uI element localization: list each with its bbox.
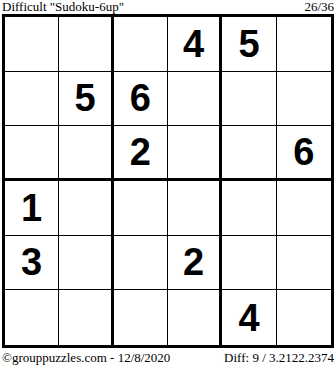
cell-r6c1[interactable] xyxy=(5,290,59,345)
cell-r2c4[interactable] xyxy=(168,72,222,127)
sudoku-grid: 4556261324 xyxy=(2,14,334,348)
cell-r1c6[interactable] xyxy=(277,17,331,72)
cell-r5c6[interactable] xyxy=(277,236,331,291)
cell-r5c3[interactable] xyxy=(114,236,168,291)
cell-r1c3[interactable] xyxy=(114,17,168,72)
page-header: Difficult "Sudoku-6up" 26/36 xyxy=(2,0,334,14)
cell-r2c2: 5 xyxy=(59,72,113,127)
cell-r6c2[interactable] xyxy=(59,290,113,345)
puzzle-title: Difficult "Sudoku-6up" xyxy=(2,0,124,13)
cell-r5c2[interactable] xyxy=(59,236,113,291)
cell-r3c3: 2 xyxy=(114,126,168,181)
cell-r4c4[interactable] xyxy=(168,181,222,236)
cell-r3c6: 6 xyxy=(277,126,331,181)
cell-r1c2[interactable] xyxy=(59,17,113,72)
cell-r5c1: 3 xyxy=(5,236,59,291)
cell-r3c4[interactable] xyxy=(168,126,222,181)
cell-r6c6[interactable] xyxy=(277,290,331,345)
cell-r2c3: 6 xyxy=(114,72,168,127)
cell-r4c2[interactable] xyxy=(59,181,113,236)
cell-r1c1[interactable] xyxy=(5,17,59,72)
cell-r4c5[interactable] xyxy=(222,181,276,236)
cell-r3c5[interactable] xyxy=(222,126,276,181)
cell-r4c1: 1 xyxy=(5,181,59,236)
page-number: 26/36 xyxy=(304,0,334,13)
cell-r6c3[interactable] xyxy=(114,290,168,345)
cell-r4c3[interactable] xyxy=(114,181,168,236)
cell-r2c6[interactable] xyxy=(277,72,331,127)
page-footer: ©grouppuzzles.com - 12/8/2020 Diff: 9 / … xyxy=(2,350,334,368)
cell-r3c1[interactable] xyxy=(5,126,59,181)
cell-r6c5: 4 xyxy=(222,290,276,345)
cell-r4c6[interactable] xyxy=(277,181,331,236)
cell-r1c5: 5 xyxy=(222,17,276,72)
cell-r6c4[interactable] xyxy=(168,290,222,345)
cell-r2c5[interactable] xyxy=(222,72,276,127)
difficulty-rating: Diff: 9 / 3.2122.2374 xyxy=(224,350,334,365)
cell-r1c4: 4 xyxy=(168,17,222,72)
cell-r3c2[interactable] xyxy=(59,126,113,181)
cell-r2c1[interactable] xyxy=(5,72,59,127)
cell-r5c4: 2 xyxy=(168,236,222,291)
cell-r5c5[interactable] xyxy=(222,236,276,291)
copyright: ©grouppuzzles.com - 12/8/2020 xyxy=(2,350,170,365)
